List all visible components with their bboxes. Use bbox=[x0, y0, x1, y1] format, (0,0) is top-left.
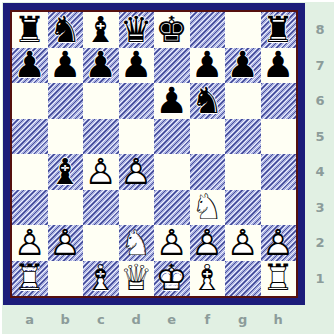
chess-diagram-page: ♜♞♝♛♚♜♟♟♟♟♟♟♟♟♞♝♟♙♟♙♞♘♟♙♟♙♞♘♟♙♟♙♟♙♟♙♜♖♝♗… bbox=[0, 0, 336, 336]
black-pawn[interactable]: ♟ bbox=[83, 48, 119, 84]
black-king[interactable]: ♚ bbox=[154, 12, 190, 48]
chess-board: ♜♞♝♛♚♜♟♟♟♟♟♟♟♟♞♝♟♙♟♙♞♘♟♙♟♙♞♘♟♙♟♙♟♙♟♙♜♖♝♗… bbox=[3, 3, 305, 305]
file-label-g: g bbox=[225, 305, 261, 333]
black-bishop[interactable]: ♝ bbox=[48, 154, 84, 190]
square-f7[interactable]: ♟ bbox=[190, 48, 226, 84]
square-c4[interactable]: ♟♙ bbox=[83, 154, 119, 190]
file-label-e: e bbox=[154, 305, 190, 333]
square-a3[interactable] bbox=[12, 190, 48, 226]
square-f4[interactable] bbox=[190, 154, 226, 190]
white-piece-outline: ♙ bbox=[225, 225, 261, 261]
file-label-d: d bbox=[119, 305, 155, 333]
rank-labels: 87654321 bbox=[305, 12, 335, 296]
square-h4[interactable] bbox=[261, 154, 297, 190]
square-d8[interactable]: ♛ bbox=[119, 12, 155, 48]
square-b3[interactable] bbox=[48, 190, 84, 226]
square-c6[interactable] bbox=[83, 83, 119, 119]
square-g8[interactable] bbox=[225, 12, 261, 48]
file-label-h: h bbox=[261, 305, 297, 333]
square-g3[interactable] bbox=[225, 190, 261, 226]
square-e3[interactable] bbox=[154, 190, 190, 226]
file-label-b: b bbox=[48, 305, 84, 333]
white-pawn[interactable]: ♟♙ bbox=[12, 225, 48, 261]
black-piece-glyph: ♞ bbox=[190, 83, 226, 119]
rank-label-6: 6 bbox=[305, 83, 335, 119]
black-pawn[interactable]: ♟ bbox=[119, 48, 155, 84]
square-a1[interactable]: ♜♖ bbox=[12, 261, 48, 297]
square-c5[interactable] bbox=[83, 119, 119, 155]
black-piece-glyph: ♟ bbox=[48, 48, 84, 84]
square-d1[interactable]: ♛♕ bbox=[119, 261, 155, 297]
white-piece-outline: ♙ bbox=[12, 225, 48, 261]
square-h3[interactable] bbox=[261, 190, 297, 226]
black-bishop[interactable]: ♝ bbox=[83, 12, 119, 48]
square-g1[interactable] bbox=[225, 261, 261, 297]
black-rook[interactable]: ♜ bbox=[12, 12, 48, 48]
file-label-f: f bbox=[190, 305, 226, 333]
square-h6[interactable] bbox=[261, 83, 297, 119]
rank-label-4: 4 bbox=[305, 154, 335, 190]
square-c8[interactable]: ♝ bbox=[83, 12, 119, 48]
square-b4[interactable]: ♝ bbox=[48, 154, 84, 190]
square-b8[interactable]: ♞ bbox=[48, 12, 84, 48]
white-pawn[interactable]: ♟♙ bbox=[48, 225, 84, 261]
white-king[interactable]: ♚♔ bbox=[154, 261, 190, 297]
square-d5[interactable] bbox=[119, 119, 155, 155]
white-piece-outline: ♙ bbox=[190, 225, 226, 261]
white-piece-outline: ♗ bbox=[83, 261, 119, 297]
black-knight[interactable]: ♞ bbox=[48, 12, 84, 48]
black-piece-glyph: ♛ bbox=[119, 12, 155, 48]
white-rook[interactable]: ♜♖ bbox=[12, 261, 48, 297]
rank-label-8: 8 bbox=[305, 12, 335, 48]
square-e2[interactable]: ♟♙ bbox=[154, 225, 190, 261]
black-piece-glyph: ♟ bbox=[119, 48, 155, 84]
white-bishop[interactable]: ♝♗ bbox=[83, 261, 119, 297]
square-h1[interactable]: ♜♖ bbox=[261, 261, 297, 297]
square-f2[interactable]: ♟♙ bbox=[190, 225, 226, 261]
square-e7[interactable] bbox=[154, 48, 190, 84]
white-piece-outline: ♔ bbox=[154, 261, 190, 297]
square-f1[interactable]: ♝♗ bbox=[190, 261, 226, 297]
white-piece-outline: ♘ bbox=[119, 225, 155, 261]
rank-label-1: 1 bbox=[305, 261, 335, 297]
square-a6[interactable] bbox=[12, 83, 48, 119]
black-piece-glyph: ♟ bbox=[190, 48, 226, 84]
white-piece-outline: ♙ bbox=[48, 225, 84, 261]
black-rook[interactable]: ♜ bbox=[261, 12, 297, 48]
black-piece-glyph: ♟ bbox=[225, 48, 261, 84]
black-piece-glyph: ♚ bbox=[154, 12, 190, 48]
square-g2[interactable]: ♟♙ bbox=[225, 225, 261, 261]
square-a2[interactable]: ♟♙ bbox=[12, 225, 48, 261]
square-f6[interactable]: ♞ bbox=[190, 83, 226, 119]
square-b1[interactable] bbox=[48, 261, 84, 297]
white-pawn[interactable]: ♟♙ bbox=[261, 225, 297, 261]
white-piece-outline: ♖ bbox=[261, 261, 297, 297]
rank-label-7: 7 bbox=[305, 48, 335, 84]
square-f3[interactable]: ♞♘ bbox=[190, 190, 226, 226]
square-d6[interactable] bbox=[119, 83, 155, 119]
black-pawn[interactable]: ♟ bbox=[12, 48, 48, 84]
white-pawn[interactable]: ♟♙ bbox=[225, 225, 261, 261]
black-piece-glyph: ♞ bbox=[48, 12, 84, 48]
white-piece-outline: ♕ bbox=[119, 261, 155, 297]
square-d7[interactable]: ♟ bbox=[119, 48, 155, 84]
square-c1[interactable]: ♝♗ bbox=[83, 261, 119, 297]
black-pawn[interactable]: ♟ bbox=[154, 83, 190, 119]
black-knight[interactable]: ♞ bbox=[190, 83, 226, 119]
rank-label-5: 5 bbox=[305, 119, 335, 155]
black-pawn[interactable]: ♟ bbox=[225, 48, 261, 84]
square-g7[interactable]: ♟ bbox=[225, 48, 261, 84]
square-g4[interactable] bbox=[225, 154, 261, 190]
white-piece-outline: ♙ bbox=[261, 225, 297, 261]
square-b2[interactable]: ♟♙ bbox=[48, 225, 84, 261]
square-b7[interactable]: ♟ bbox=[48, 48, 84, 84]
black-pawn[interactable]: ♟ bbox=[190, 48, 226, 84]
white-queen[interactable]: ♛♕ bbox=[119, 261, 155, 297]
black-piece-glyph: ♟ bbox=[12, 48, 48, 84]
white-knight[interactable]: ♞♘ bbox=[119, 225, 155, 261]
square-h5[interactable] bbox=[261, 119, 297, 155]
black-piece-glyph: ♝ bbox=[48, 154, 84, 190]
square-d2[interactable]: ♞♘ bbox=[119, 225, 155, 261]
square-e6[interactable]: ♟ bbox=[154, 83, 190, 119]
black-pawn[interactable]: ♟ bbox=[48, 48, 84, 84]
white-pawn[interactable]: ♟♙ bbox=[190, 225, 226, 261]
square-h2[interactable]: ♟♙ bbox=[261, 225, 297, 261]
black-piece-glyph: ♝ bbox=[83, 12, 119, 48]
black-piece-glyph: ♟ bbox=[154, 83, 190, 119]
black-piece-glyph: ♜ bbox=[12, 12, 48, 48]
square-f8[interactable] bbox=[190, 12, 226, 48]
square-d4[interactable]: ♟♙ bbox=[119, 154, 155, 190]
square-g6[interactable] bbox=[225, 83, 261, 119]
file-label-a: a bbox=[12, 305, 48, 333]
black-piece-glyph: ♟ bbox=[261, 48, 297, 84]
square-a5[interactable] bbox=[12, 119, 48, 155]
white-pawn[interactable]: ♟♙ bbox=[83, 154, 119, 190]
board-inner-frame: ♜♞♝♛♚♜♟♟♟♟♟♟♟♟♞♝♟♙♟♙♞♘♟♙♟♙♞♘♟♙♟♙♟♙♟♙♜♖♝♗… bbox=[10, 10, 298, 298]
square-g5[interactable] bbox=[225, 119, 261, 155]
black-pawn[interactable]: ♟ bbox=[261, 48, 297, 84]
square-h7[interactable]: ♟ bbox=[261, 48, 297, 84]
white-piece-outline: ♙ bbox=[83, 154, 119, 190]
black-queen[interactable]: ♛ bbox=[119, 12, 155, 48]
file-labels: abcdefgh bbox=[12, 305, 296, 333]
square-d3[interactable] bbox=[119, 190, 155, 226]
white-piece-outline: ♗ bbox=[190, 261, 226, 297]
rank-label-3: 3 bbox=[305, 190, 335, 226]
black-piece-glyph: ♟ bbox=[83, 48, 119, 84]
file-label-c: c bbox=[83, 305, 119, 333]
black-piece-glyph: ♜ bbox=[261, 12, 297, 48]
square-e4[interactable] bbox=[154, 154, 190, 190]
white-piece-outline: ♘ bbox=[190, 190, 226, 226]
board-grid: ♜♞♝♛♚♜♟♟♟♟♟♟♟♟♞♝♟♙♟♙♞♘♟♙♟♙♞♘♟♙♟♙♟♙♟♙♜♖♝♗… bbox=[12, 12, 296, 296]
square-b5[interactable] bbox=[48, 119, 84, 155]
square-f5[interactable] bbox=[190, 119, 226, 155]
square-e8[interactable]: ♚ bbox=[154, 12, 190, 48]
square-a8[interactable]: ♜ bbox=[12, 12, 48, 48]
square-e5[interactable] bbox=[154, 119, 190, 155]
square-c7[interactable]: ♟ bbox=[83, 48, 119, 84]
square-h8[interactable]: ♜ bbox=[261, 12, 297, 48]
square-c3[interactable] bbox=[83, 190, 119, 226]
white-rook[interactable]: ♜♖ bbox=[261, 261, 297, 297]
white-piece-outline: ♖ bbox=[12, 261, 48, 297]
white-bishop[interactable]: ♝♗ bbox=[190, 261, 226, 297]
square-a4[interactable] bbox=[12, 154, 48, 190]
square-a7[interactable]: ♟ bbox=[12, 48, 48, 84]
white-pawn[interactable]: ♟♙ bbox=[154, 225, 190, 261]
white-pawn[interactable]: ♟♙ bbox=[119, 154, 155, 190]
white-knight[interactable]: ♞♘ bbox=[190, 190, 226, 226]
rank-label-2: 2 bbox=[305, 225, 335, 261]
white-piece-outline: ♙ bbox=[119, 154, 155, 190]
square-e1[interactable]: ♚♔ bbox=[154, 261, 190, 297]
square-b6[interactable] bbox=[48, 83, 84, 119]
square-c2[interactable] bbox=[83, 225, 119, 261]
white-piece-outline: ♙ bbox=[154, 225, 190, 261]
